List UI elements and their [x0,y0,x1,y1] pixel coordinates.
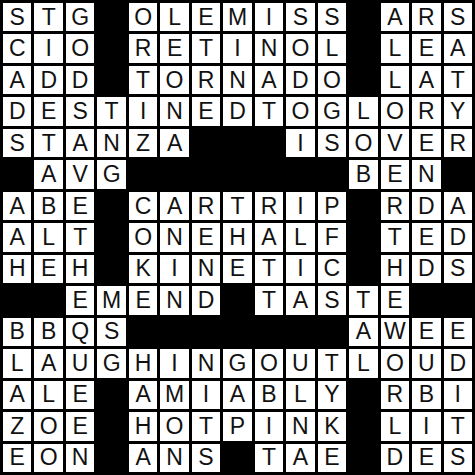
block-cell-r15c4 [97,444,125,472]
letter-cell-r3c15[interactable]: T [444,66,472,94]
letter-cell-r7c3[interactable]: E [66,192,94,220]
letter-cell-r2c13[interactable]: L [381,34,409,62]
block-cell-r5c7 [192,129,220,157]
block-cell-r14c4 [97,412,125,440]
letter-cell-r12c1[interactable]: L [3,349,31,377]
letter-cell-r10c10[interactable]: A [286,286,314,314]
letter-cell-r2c7[interactable]: T [192,34,220,62]
letter-cell-r3c8[interactable]: N [223,66,251,94]
letter-cell-r13c14[interactable]: B [412,381,440,409]
letter-cell-r12c11[interactable]: T [318,349,346,377]
letter-cell-r4c14[interactable]: R [412,97,440,125]
letter-cell-r14c15[interactable]: T [444,412,472,440]
letter-cell-r8c2[interactable]: L [34,223,62,251]
letter-cell-r13c2[interactable]: L [34,381,62,409]
letter-cell-r1c5[interactable]: O [129,3,157,31]
letter-cell-r13c10[interactable]: L [286,381,314,409]
letter-cell-r1c10[interactable]: S [286,3,314,31]
letter-cell-r7c2[interactable]: B [34,192,62,220]
block-cell-r7c12 [349,192,377,220]
letter-cell-r15c13[interactable]: D [381,444,409,472]
letter-cell-r5c6[interactable]: A [160,129,188,157]
letter-cell-r5c11[interactable]: S [318,129,346,157]
letter-cell-r15c5[interactable]: A [129,444,157,472]
letter-cell-r6c12[interactable]: B [349,160,377,188]
letter-cell-r14c7[interactable]: T [192,412,220,440]
letter-cell-r8c7[interactable]: E [192,223,220,251]
letter-cell-r7c11[interactable]: P [318,192,346,220]
letter-cell-r9c3[interactable]: H [66,255,94,283]
letter-cell-r6c4[interactable]: G [97,160,125,188]
block-cell-r6c8 [223,160,251,188]
letter-cell-r13c5[interactable]: A [129,381,157,409]
letter-cell-r10c4[interactable]: M [97,286,125,314]
letter-cell-r1c1[interactable]: S [3,3,31,31]
letter-cell-r13c13[interactable]: R [381,381,409,409]
letter-cell-r3c3[interactable]: D [66,66,94,94]
block-cell-r9c4 [97,255,125,283]
letter-cell-r4c5[interactable]: I [129,97,157,125]
letter-cell-r9c2[interactable]: E [34,255,62,283]
letter-cell-r14c1[interactable]: Z [3,412,31,440]
letter-cell-r1c14[interactable]: R [412,3,440,31]
letter-cell-r11c3[interactable]: Q [66,318,94,346]
letter-cell-r3c14[interactable]: A [412,66,440,94]
block-cell-r6c7 [192,160,220,188]
letter-cell-r5c3[interactable]: A [66,129,94,157]
letter-cell-r2c1[interactable]: C [3,34,31,62]
block-cell-r10c8 [223,286,251,314]
letter-cell-r7c8[interactable]: T [223,192,251,220]
letter-cell-r5c4[interactable]: N [97,129,125,157]
block-cell-r11c6 [160,318,188,346]
block-cell-r13c4 [97,381,125,409]
block-cell-r6c5 [129,160,157,188]
crossword-board: STGOLEMISSARSCIORETINOLLEAADDTORNADOLATD… [0,0,475,475]
letter-cell-r8c6[interactable]: N [160,223,188,251]
letter-cell-r2c5[interactable]: R [129,34,157,62]
block-cell-r11c10 [286,318,314,346]
letter-cell-r11c2[interactable]: B [34,318,62,346]
letter-cell-r7c13[interactable]: R [381,192,409,220]
letter-cell-r14c11[interactable]: K [318,412,346,440]
letter-cell-r5c15[interactable]: R [444,129,472,157]
letter-cell-r12c8[interactable]: G [223,349,251,377]
letter-cell-r3c7[interactable]: R [192,66,220,94]
letter-cell-r2c15[interactable]: A [444,34,472,62]
letter-cell-r12c14[interactable]: U [412,349,440,377]
letter-cell-r12c15[interactable]: D [444,349,472,377]
letter-cell-r7c6[interactable]: A [160,192,188,220]
letter-cell-r4c9[interactable]: T [255,97,283,125]
letter-cell-r14c3[interactable]: E [66,412,94,440]
letter-cell-r14c13[interactable]: L [381,412,409,440]
block-cell-r11c11 [318,318,346,346]
letter-cell-r15c3[interactable]: N [66,444,94,472]
letter-cell-r14c2[interactable]: O [34,412,62,440]
letter-cell-r6c2[interactable]: A [34,160,62,188]
letter-cell-r1c13[interactable]: A [381,3,409,31]
letter-cell-r13c11[interactable]: Y [318,381,346,409]
letter-cell-r4c1[interactable]: D [3,97,31,125]
letter-cell-r12c5[interactable]: H [129,349,157,377]
letter-cell-r6c14[interactable]: N [412,160,440,188]
letter-cell-r7c5[interactable]: C [129,192,157,220]
letter-cell-r12c4[interactable]: G [97,349,125,377]
letter-cell-r3c11[interactable]: O [318,66,346,94]
letter-cell-r12c2[interactable]: A [34,349,62,377]
block-cell-r8c12 [349,223,377,251]
letter-cell-r1c9[interactable]: I [255,3,283,31]
letter-cell-r14c14[interactable]: I [412,412,440,440]
letter-cell-r10c7[interactable]: D [192,286,220,314]
letter-cell-r5c10[interactable]: I [286,129,314,157]
letter-cell-r11c15[interactable]: E [444,318,472,346]
letter-cell-r4c3[interactable]: S [66,97,94,125]
block-cell-r14c12 [349,412,377,440]
letter-cell-r10c6[interactable]: N [160,286,188,314]
letter-cell-r13c7[interactable]: I [192,381,220,409]
block-cell-r6c1 [3,160,31,188]
letter-cell-r13c9[interactable]: B [255,381,283,409]
letter-cell-r4c6[interactable]: N [160,97,188,125]
letter-cell-r7c7[interactable]: R [192,192,220,220]
letter-cell-r9c5[interactable]: K [129,255,157,283]
letter-cell-r7c15[interactable]: A [444,192,472,220]
block-cell-r2c12 [349,34,377,62]
letter-cell-r7c1[interactable]: A [3,192,31,220]
letter-cell-r15c11[interactable]: E [318,444,346,472]
letter-cell-r5c12[interactable]: O [349,129,377,157]
letter-cell-r15c7[interactable]: S [192,444,220,472]
letter-cell-r4c12[interactable]: L [349,97,377,125]
letter-cell-r8c13[interactable]: T [381,223,409,251]
letter-cell-r11c1[interactable]: B [3,318,31,346]
letter-cell-r15c14[interactable]: E [412,444,440,472]
letter-cell-r9c15[interactable]: S [444,255,472,283]
block-cell-r6c10 [286,160,314,188]
letter-cell-r3c2[interactable]: D [34,66,62,94]
letter-cell-r2c9[interactable]: N [255,34,283,62]
letter-cell-r1c11[interactable]: S [318,3,346,31]
letter-cell-r3c5[interactable]: T [129,66,157,94]
block-cell-r7c4 [97,192,125,220]
block-cell-r6c15 [444,160,472,188]
letter-cell-r9c11[interactable]: C [318,255,346,283]
block-cell-r11c8 [223,318,251,346]
letter-cell-r9c9[interactable]: T [255,255,283,283]
letter-cell-r7c10[interactable]: I [286,192,314,220]
letter-cell-r12c10[interactable]: U [286,349,314,377]
letter-cell-r4c10[interactable]: O [286,97,314,125]
letter-cell-r13c8[interactable]: A [223,381,251,409]
letter-cell-r4c8[interactable]: D [223,97,251,125]
letter-cell-r14c10[interactable]: N [286,412,314,440]
letter-cell-r12c13[interactable]: O [381,349,409,377]
letter-cell-r4c4[interactable]: T [97,97,125,125]
letter-cell-r5c5[interactable]: Z [129,129,157,157]
letter-cell-r1c15[interactable]: S [444,3,472,31]
letter-cell-r12c12[interactable]: L [349,349,377,377]
block-cell-r6c6 [160,160,188,188]
block-cell-r6c9 [255,160,283,188]
letter-cell-r8c9[interactable]: A [255,223,283,251]
block-cell-r11c9 [255,318,283,346]
letter-cell-r14c5[interactable]: H [129,412,157,440]
letter-cell-r2c2[interactable]: I [34,34,62,62]
letter-cell-r5c14[interactable]: E [412,129,440,157]
letter-cell-r2c11[interactable]: L [318,34,346,62]
letter-cell-r4c13[interactable]: O [381,97,409,125]
letter-cell-r11c14[interactable]: E [412,318,440,346]
letter-cell-r5c1[interactable]: S [3,129,31,157]
letter-cell-r8c14[interactable]: E [412,223,440,251]
letter-cell-r15c1[interactable]: E [3,444,31,472]
block-cell-r5c9 [255,129,283,157]
letter-cell-r8c5[interactable]: O [129,223,157,251]
block-cell-r3c12 [349,66,377,94]
letter-cell-r10c11[interactable]: S [318,286,346,314]
block-cell-r11c7 [192,318,220,346]
letter-cell-r13c3[interactable]: E [66,381,94,409]
letter-cell-r9c8[interactable]: E [223,255,251,283]
block-cell-r1c12 [349,3,377,31]
letter-cell-r14c6[interactable]: O [160,412,188,440]
letter-cell-r15c9[interactable]: T [255,444,283,472]
letter-cell-r2c3[interactable]: O [66,34,94,62]
block-cell-r10c1 [3,286,31,314]
letter-cell-r11c12[interactable]: A [349,318,377,346]
letter-cell-r12c9[interactable]: O [255,349,283,377]
letter-cell-r7c14[interactable]: D [412,192,440,220]
letter-cell-r9c1[interactable]: H [3,255,31,283]
letter-cell-r8c15[interactable]: D [444,223,472,251]
letter-cell-r1c3[interactable]: G [66,3,94,31]
letter-cell-r1c2[interactable]: T [34,3,62,31]
letter-cell-r1c8[interactable]: M [223,3,251,31]
letter-cell-r13c1[interactable]: A [3,381,31,409]
letter-cell-r9c6[interactable]: I [160,255,188,283]
letter-cell-r9c13[interactable]: H [381,255,409,283]
block-cell-r10c2 [34,286,62,314]
letter-cell-r13c6[interactable]: M [160,381,188,409]
letter-cell-r6c3[interactable]: V [66,160,94,188]
letter-cell-r2c10[interactable]: O [286,34,314,62]
letter-cell-r2c6[interactable]: E [160,34,188,62]
letter-cell-r15c15[interactable]: S [444,444,472,472]
letter-cell-r2c8[interactable]: I [223,34,251,62]
letter-cell-r15c10[interactable]: A [286,444,314,472]
block-cell-r6c11 [318,160,346,188]
block-cell-r2c4 [97,34,125,62]
letter-cell-r1c6[interactable]: L [160,3,188,31]
letter-cell-r4c2[interactable]: E [34,97,62,125]
letter-cell-r3c9[interactable]: A [255,66,283,94]
letter-cell-r9c14[interactable]: D [412,255,440,283]
letter-cell-r10c5[interactable]: E [129,286,157,314]
letter-cell-r10c9[interactable]: T [255,286,283,314]
letter-cell-r9c10[interactable]: I [286,255,314,283]
letter-cell-r3c1[interactable]: A [3,66,31,94]
block-cell-r11c5 [129,318,157,346]
letter-cell-r4c11[interactable]: G [318,97,346,125]
letter-cell-r8c10[interactable]: L [286,223,314,251]
letter-cell-r12c3[interactable]: U [66,349,94,377]
block-cell-r15c8 [223,444,251,472]
letter-cell-r10c3[interactable]: E [66,286,94,314]
letter-cell-r4c7[interactable]: E [192,97,220,125]
block-cell-r15c12 [349,444,377,472]
letter-cell-r14c9[interactable]: I [255,412,283,440]
letter-cell-r2c14[interactable]: E [412,34,440,62]
letter-cell-r13c15[interactable]: I [444,381,472,409]
block-cell-r9c12 [349,255,377,283]
letter-cell-r15c6[interactable]: N [160,444,188,472]
letter-cell-r15c2[interactable]: O [34,444,62,472]
block-cell-r3c4 [97,66,125,94]
letter-cell-r10c12[interactable]: T [349,286,377,314]
block-cell-r1c4 [97,3,125,31]
letter-cell-r8c1[interactable]: A [3,223,31,251]
letter-cell-r7c9[interactable]: R [255,192,283,220]
letter-cell-r1c7[interactable]: E [192,3,220,31]
block-cell-r8c4 [97,223,125,251]
letter-cell-r3c13[interactable]: L [381,66,409,94]
letter-cell-r14c8[interactable]: P [223,412,251,440]
letter-cell-r5c13[interactable]: V [381,129,409,157]
letter-cell-r11c4[interactable]: S [97,318,125,346]
block-cell-r10c14 [412,286,440,314]
crossword-puzzle: STGOLEMISSARSCIORETINOLLEAADDTORNADOLATD… [0,0,475,475]
letter-cell-r12c7[interactable]: N [192,349,220,377]
letter-cell-r8c3[interactable]: T [66,223,94,251]
letter-cell-r11c13[interactable]: W [381,318,409,346]
letter-cell-r6c13[interactable]: E [381,160,409,188]
block-cell-r5c8 [223,129,251,157]
letter-cell-r10c13[interactable]: E [381,286,409,314]
letter-cell-r3c10[interactable]: D [286,66,314,94]
block-cell-r10c15 [444,286,472,314]
letter-cell-r8c8[interactable]: H [223,223,251,251]
letter-cell-r5c2[interactable]: T [34,129,62,157]
letter-cell-r3c6[interactable]: O [160,66,188,94]
letter-cell-r9c7[interactable]: N [192,255,220,283]
block-cell-r13c12 [349,381,377,409]
letter-cell-r8c11[interactable]: F [318,223,346,251]
letter-cell-r12c6[interactable]: I [160,349,188,377]
letter-cell-r4c15[interactable]: Y [444,97,472,125]
